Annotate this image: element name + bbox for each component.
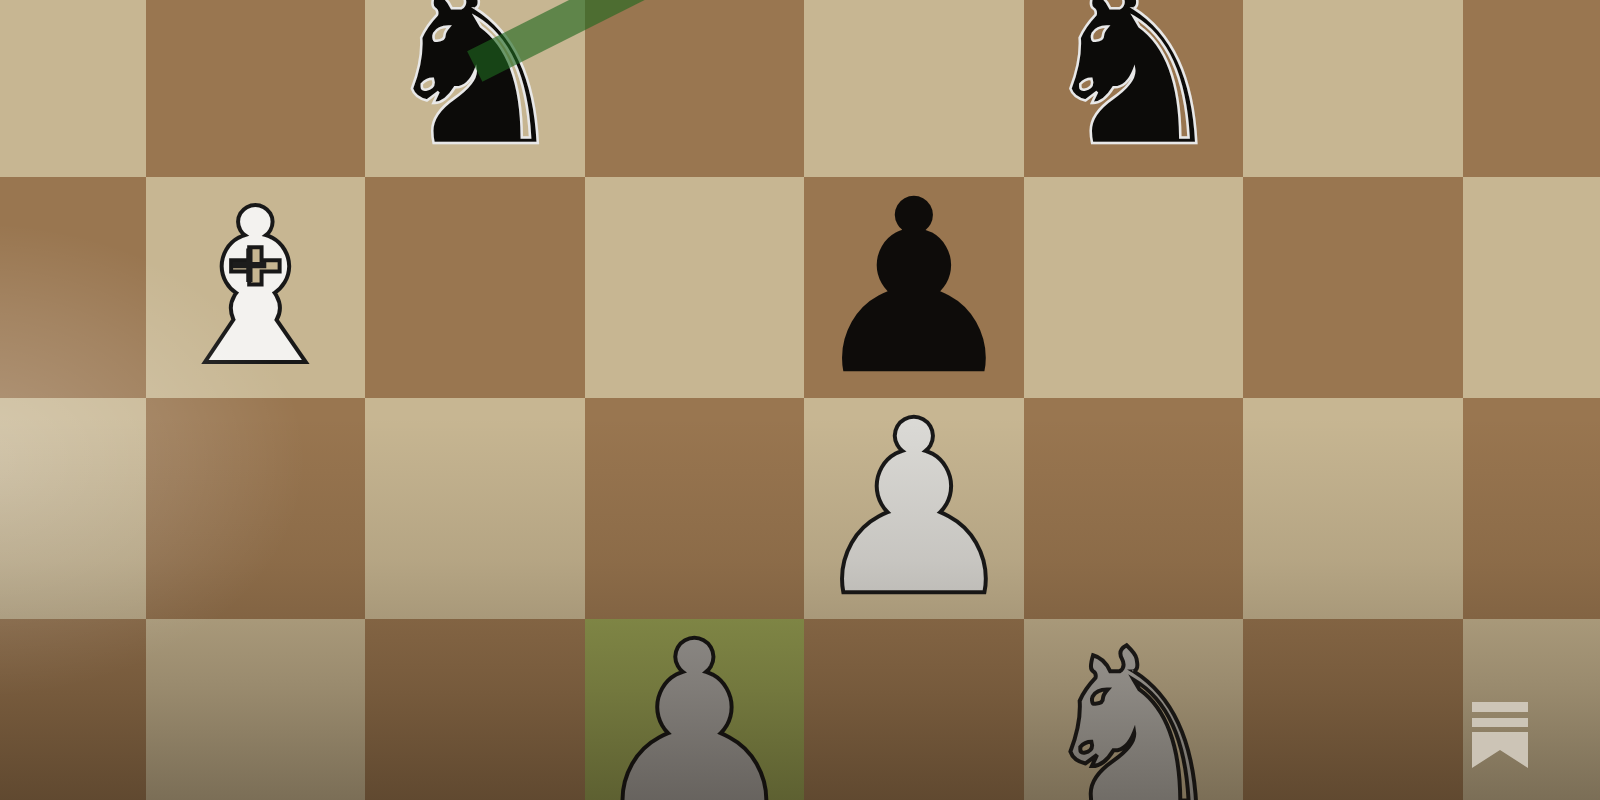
substack-bookmark-icon bbox=[1472, 702, 1528, 769]
square-e5[interactable]: ♟ bbox=[804, 177, 1024, 398]
square-h5[interactable] bbox=[1463, 177, 1600, 398]
square-h6[interactable] bbox=[1463, 0, 1600, 177]
square-d5[interactable] bbox=[585, 177, 805, 398]
square-f4[interactable] bbox=[1024, 398, 1244, 619]
square-d3[interactable]: ♟ bbox=[585, 619, 805, 800]
square-b4[interactable] bbox=[146, 398, 366, 619]
black-knight[interactable]: ♞ bbox=[376, 0, 573, 177]
square-e4[interactable]: ♟ bbox=[804, 398, 1024, 619]
black-knight[interactable]: ♞ bbox=[1035, 0, 1232, 177]
square-d4[interactable] bbox=[585, 398, 805, 619]
square-b5[interactable]: ♝+ bbox=[146, 177, 366, 398]
square-g3[interactable] bbox=[1243, 619, 1463, 800]
square-d6[interactable] bbox=[585, 0, 805, 177]
square-h4[interactable] bbox=[1463, 398, 1600, 619]
square-c5[interactable] bbox=[365, 177, 585, 398]
square-g4[interactable] bbox=[1243, 398, 1463, 619]
square-a4[interactable] bbox=[0, 398, 146, 619]
square-b6[interactable] bbox=[146, 0, 366, 177]
square-f3[interactable]: ♞ bbox=[1024, 619, 1244, 800]
square-c4[interactable] bbox=[365, 398, 585, 619]
square-a6[interactable] bbox=[0, 0, 146, 177]
square-g6[interactable] bbox=[1243, 0, 1463, 177]
square-c6[interactable]: ♞ bbox=[365, 0, 585, 177]
square-c3[interactable] bbox=[365, 619, 585, 800]
chess-board[interactable]: ♞♞♝+♟♟♟♞ bbox=[0, 0, 1600, 800]
square-b3[interactable] bbox=[146, 619, 366, 800]
square-a3[interactable] bbox=[0, 619, 146, 800]
square-a5[interactable] bbox=[0, 177, 146, 398]
bishop-cross-detail: + bbox=[227, 237, 272, 291]
square-g5[interactable] bbox=[1243, 177, 1463, 398]
white-pawn[interactable]: ♟ bbox=[587, 610, 802, 800]
white-knight[interactable]: ♞ bbox=[1035, 620, 1232, 800]
square-f6[interactable]: ♞ bbox=[1024, 0, 1244, 177]
white-pawn[interactable]: ♟ bbox=[806, 389, 1021, 629]
square-f5[interactable] bbox=[1024, 177, 1244, 398]
